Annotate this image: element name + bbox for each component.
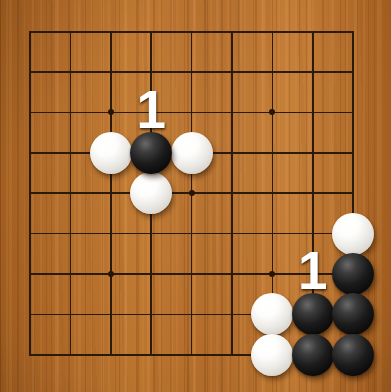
white-stone xyxy=(130,172,172,214)
star-point xyxy=(269,271,275,277)
black-stone xyxy=(332,253,374,295)
go-board: 11 xyxy=(0,0,391,392)
white-stone xyxy=(251,334,293,376)
white-stone xyxy=(332,213,374,255)
star-point xyxy=(189,190,195,196)
white-stone xyxy=(251,293,293,335)
white-stone xyxy=(171,132,213,174)
star-point xyxy=(108,109,114,115)
move-label: 1 xyxy=(298,244,327,297)
white-stone xyxy=(90,132,132,174)
grid-line-vertical xyxy=(231,31,233,356)
black-stone xyxy=(332,334,374,376)
star-point xyxy=(108,271,114,277)
move-label: 1 xyxy=(136,82,165,135)
black-stone xyxy=(292,334,334,376)
black-stone xyxy=(332,293,374,335)
board-grid[interactable]: 11 xyxy=(30,32,353,355)
star-point xyxy=(269,109,275,115)
